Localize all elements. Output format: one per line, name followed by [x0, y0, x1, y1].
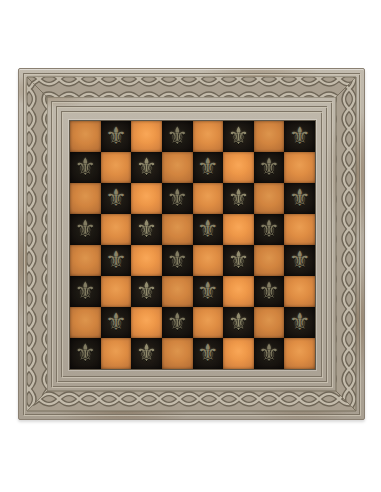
fleur-de-lis-motif: ⚜: [228, 124, 250, 148]
fleur-de-lis-motif: ⚜: [166, 310, 188, 334]
square-c2[interactable]: [131, 307, 162, 338]
square-b2[interactable]: ⚜: [101, 307, 132, 338]
square-e6[interactable]: [193, 183, 224, 214]
square-b7[interactable]: [101, 152, 132, 183]
square-h3[interactable]: [284, 276, 315, 307]
square-h2[interactable]: ⚜: [284, 307, 315, 338]
square-b6[interactable]: ⚜: [101, 183, 132, 214]
square-c1[interactable]: ⚜: [131, 338, 162, 369]
square-g1[interactable]: ⚜: [254, 338, 285, 369]
fleur-de-lis-motif: ⚜: [197, 341, 219, 365]
square-c3[interactable]: ⚜: [131, 276, 162, 307]
fleur-de-lis-motif: ⚜: [166, 124, 188, 148]
square-e3[interactable]: ⚜: [193, 276, 224, 307]
square-f6[interactable]: ⚜: [223, 183, 254, 214]
square-a7[interactable]: ⚜: [70, 152, 101, 183]
square-e8[interactable]: [193, 121, 224, 152]
square-h5[interactable]: [284, 214, 315, 245]
square-a8[interactable]: [70, 121, 101, 152]
square-f3[interactable]: [223, 276, 254, 307]
square-c4[interactable]: [131, 245, 162, 276]
fleur-de-lis-motif: ⚜: [75, 217, 97, 241]
square-h7[interactable]: [284, 152, 315, 183]
fleur-de-lis-motif: ⚜: [197, 217, 219, 241]
fleur-de-lis-motif: ⚜: [228, 248, 250, 272]
square-h1[interactable]: [284, 338, 315, 369]
fleur-de-lis-motif: ⚜: [136, 341, 158, 365]
square-c5[interactable]: ⚜: [131, 214, 162, 245]
square-c7[interactable]: ⚜: [131, 152, 162, 183]
fleur-de-lis-motif: ⚜: [105, 310, 127, 334]
square-f7[interactable]: [223, 152, 254, 183]
square-g5[interactable]: ⚜: [254, 214, 285, 245]
playing-field: ⚜⚜⚜⚜⚜⚜⚜⚜⚜⚜⚜⚜⚜⚜⚜⚜⚜⚜⚜⚜⚜⚜⚜⚜⚜⚜⚜⚜⚜⚜⚜⚜: [69, 120, 316, 370]
square-d4[interactable]: ⚜: [162, 245, 193, 276]
square-d5[interactable]: [162, 214, 193, 245]
fleur-de-lis-motif: ⚜: [228, 310, 250, 334]
product-photo-background: ⚜⚜⚜⚜⚜⚜⚜⚜⚜⚜⚜⚜⚜⚜⚜⚜⚜⚜⚜⚜⚜⚜⚜⚜⚜⚜⚜⚜⚜⚜⚜⚜: [0, 0, 381, 492]
square-b4[interactable]: ⚜: [101, 245, 132, 276]
fleur-de-lis-motif: ⚜: [75, 341, 97, 365]
fleur-de-lis-motif: ⚜: [258, 341, 280, 365]
square-g6[interactable]: [254, 183, 285, 214]
fleur-de-lis-motif: ⚜: [166, 248, 188, 272]
fleur-de-lis-motif: ⚜: [75, 279, 97, 303]
fleur-de-lis-motif: ⚜: [136, 279, 158, 303]
square-f2[interactable]: ⚜: [223, 307, 254, 338]
chess-board: ⚜⚜⚜⚜⚜⚜⚜⚜⚜⚜⚜⚜⚜⚜⚜⚜⚜⚜⚜⚜⚜⚜⚜⚜⚜⚜⚜⚜⚜⚜⚜⚜: [18, 68, 365, 420]
fleur-de-lis-motif: ⚜: [289, 248, 311, 272]
square-d6[interactable]: ⚜: [162, 183, 193, 214]
square-g7[interactable]: ⚜: [254, 152, 285, 183]
square-h4[interactable]: ⚜: [284, 245, 315, 276]
fleur-de-lis-motif: ⚜: [228, 186, 250, 210]
square-e1[interactable]: ⚜: [193, 338, 224, 369]
square-c8[interactable]: [131, 121, 162, 152]
fleur-de-lis-motif: ⚜: [258, 155, 280, 179]
square-e7[interactable]: ⚜: [193, 152, 224, 183]
fleur-de-lis-motif: ⚜: [197, 279, 219, 303]
fleur-de-lis-motif: ⚜: [289, 310, 311, 334]
square-a4[interactable]: [70, 245, 101, 276]
square-g4[interactable]: [254, 245, 285, 276]
square-g8[interactable]: [254, 121, 285, 152]
fleur-de-lis-motif: ⚜: [197, 155, 219, 179]
square-b8[interactable]: ⚜: [101, 121, 132, 152]
square-b5[interactable]: [101, 214, 132, 245]
square-e5[interactable]: ⚜: [193, 214, 224, 245]
square-a2[interactable]: [70, 307, 101, 338]
square-g2[interactable]: [254, 307, 285, 338]
fleur-de-lis-motif: ⚜: [258, 279, 280, 303]
square-a6[interactable]: [70, 183, 101, 214]
square-f4[interactable]: ⚜: [223, 245, 254, 276]
square-d8[interactable]: ⚜: [162, 121, 193, 152]
square-d1[interactable]: [162, 338, 193, 369]
square-b3[interactable]: [101, 276, 132, 307]
square-e2[interactable]: [193, 307, 224, 338]
fleur-de-lis-motif: ⚜: [289, 186, 311, 210]
square-f1[interactable]: [223, 338, 254, 369]
square-a3[interactable]: ⚜: [70, 276, 101, 307]
fleur-de-lis-motif: ⚜: [105, 124, 127, 148]
fleur-de-lis-motif: ⚜: [166, 186, 188, 210]
square-a5[interactable]: ⚜: [70, 214, 101, 245]
square-f5[interactable]: [223, 214, 254, 245]
fleur-de-lis-motif: ⚜: [258, 217, 280, 241]
square-f8[interactable]: ⚜: [223, 121, 254, 152]
fleur-de-lis-motif: ⚜: [105, 248, 127, 272]
fleur-de-lis-motif: ⚜: [105, 186, 127, 210]
square-a1[interactable]: ⚜: [70, 338, 101, 369]
square-g3[interactable]: ⚜: [254, 276, 285, 307]
fleur-de-lis-motif: ⚜: [136, 155, 158, 179]
square-b1[interactable]: [101, 338, 132, 369]
square-d7[interactable]: [162, 152, 193, 183]
square-c6[interactable]: [131, 183, 162, 214]
square-e4[interactable]: [193, 245, 224, 276]
fleur-de-lis-motif: ⚜: [136, 217, 158, 241]
square-d2[interactable]: ⚜: [162, 307, 193, 338]
fleur-de-lis-motif: ⚜: [289, 124, 311, 148]
fleur-de-lis-motif: ⚜: [75, 155, 97, 179]
square-d3[interactable]: [162, 276, 193, 307]
square-h8[interactable]: ⚜: [284, 121, 315, 152]
square-h6[interactable]: ⚜: [284, 183, 315, 214]
